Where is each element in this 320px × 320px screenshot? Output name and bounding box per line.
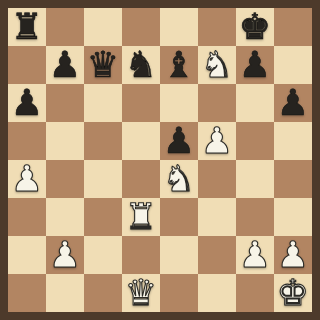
white-pawn-piece[interactable]: ♟ (239, 237, 271, 273)
square-b4[interactable] (46, 160, 84, 198)
square-b3[interactable] (46, 198, 84, 236)
square-b6[interactable] (46, 84, 84, 122)
square-h3[interactable] (274, 198, 312, 236)
square-b2[interactable]: ♟ (46, 236, 84, 274)
square-g7[interactable]: ♟ (236, 46, 274, 84)
square-d5[interactable] (122, 122, 160, 160)
square-f7[interactable]: ♞ (198, 46, 236, 84)
square-g8[interactable]: ♚ (236, 8, 274, 46)
square-f8[interactable] (198, 8, 236, 46)
white-knight-piece[interactable]: ♞ (201, 47, 233, 83)
white-rook-piece[interactable]: ♜ (125, 199, 157, 235)
square-d4[interactable] (122, 160, 160, 198)
black-pawn-piece[interactable]: ♟ (277, 85, 309, 121)
square-c7[interactable]: ♛ (84, 46, 122, 84)
black-pawn-piece[interactable]: ♟ (163, 123, 195, 159)
black-queen-piece[interactable]: ♛ (87, 47, 119, 83)
square-b7[interactable]: ♟ (46, 46, 84, 84)
square-f1[interactable] (198, 274, 236, 312)
square-c3[interactable] (84, 198, 122, 236)
square-f2[interactable] (198, 236, 236, 274)
black-knight-piece[interactable]: ♞ (125, 47, 157, 83)
square-d3[interactable]: ♜ (122, 198, 160, 236)
black-pawn-piece[interactable]: ♟ (239, 47, 271, 83)
square-d7[interactable]: ♞ (122, 46, 160, 84)
square-h7[interactable] (274, 46, 312, 84)
square-b8[interactable] (46, 8, 84, 46)
black-rook-piece[interactable]: ♜ (11, 9, 43, 45)
square-e8[interactable] (160, 8, 198, 46)
square-a3[interactable] (8, 198, 46, 236)
square-h2[interactable]: ♟ (274, 236, 312, 274)
board-grid: ♜♚♟♛♞♝♞♟♟♟♟♟♟♞♜♟♟♟♛♚ (8, 8, 312, 312)
square-a8[interactable]: ♜ (8, 8, 46, 46)
square-h4[interactable] (274, 160, 312, 198)
square-g2[interactable]: ♟ (236, 236, 274, 274)
square-c5[interactable] (84, 122, 122, 160)
square-c2[interactable] (84, 236, 122, 274)
black-king-piece[interactable]: ♚ (239, 9, 271, 45)
square-c6[interactable] (84, 84, 122, 122)
square-d2[interactable] (122, 236, 160, 274)
black-pawn-piece[interactable]: ♟ (49, 47, 81, 83)
square-h6[interactable]: ♟ (274, 84, 312, 122)
square-b1[interactable] (46, 274, 84, 312)
white-knight-piece[interactable]: ♞ (163, 161, 195, 197)
square-c1[interactable] (84, 274, 122, 312)
square-h5[interactable] (274, 122, 312, 160)
square-a1[interactable] (8, 274, 46, 312)
square-g4[interactable] (236, 160, 274, 198)
square-f3[interactable] (198, 198, 236, 236)
black-bishop-piece[interactable]: ♝ (163, 47, 195, 83)
square-g1[interactable] (236, 274, 274, 312)
white-king-piece[interactable]: ♚ (277, 275, 309, 311)
square-f5[interactable]: ♟ (198, 122, 236, 160)
square-f4[interactable] (198, 160, 236, 198)
white-pawn-piece[interactable]: ♟ (49, 237, 81, 273)
square-b5[interactable] (46, 122, 84, 160)
square-h1[interactable]: ♚ (274, 274, 312, 312)
square-e2[interactable] (160, 236, 198, 274)
white-pawn-piece[interactable]: ♟ (11, 161, 43, 197)
square-e5[interactable]: ♟ (160, 122, 198, 160)
square-g3[interactable] (236, 198, 274, 236)
square-d6[interactable] (122, 84, 160, 122)
square-e7[interactable]: ♝ (160, 46, 198, 84)
square-d8[interactable] (122, 8, 160, 46)
square-a2[interactable] (8, 236, 46, 274)
square-e3[interactable] (160, 198, 198, 236)
chess-board: ♜♚♟♛♞♝♞♟♟♟♟♟♟♞♜♟♟♟♛♚ (0, 0, 320, 320)
square-c4[interactable] (84, 160, 122, 198)
square-e1[interactable] (160, 274, 198, 312)
square-d1[interactable]: ♛ (122, 274, 160, 312)
square-a7[interactable] (8, 46, 46, 84)
square-h8[interactable] (274, 8, 312, 46)
square-f6[interactable] (198, 84, 236, 122)
white-pawn-piece[interactable]: ♟ (277, 237, 309, 273)
square-c8[interactable] (84, 8, 122, 46)
square-e6[interactable] (160, 84, 198, 122)
black-pawn-piece[interactable]: ♟ (11, 85, 43, 121)
square-a6[interactable]: ♟ (8, 84, 46, 122)
square-a4[interactable]: ♟ (8, 160, 46, 198)
square-e4[interactable]: ♞ (160, 160, 198, 198)
white-pawn-piece[interactable]: ♟ (201, 123, 233, 159)
square-a5[interactable] (8, 122, 46, 160)
square-g5[interactable] (236, 122, 274, 160)
white-queen-piece[interactable]: ♛ (125, 275, 157, 311)
square-g6[interactable] (236, 84, 274, 122)
